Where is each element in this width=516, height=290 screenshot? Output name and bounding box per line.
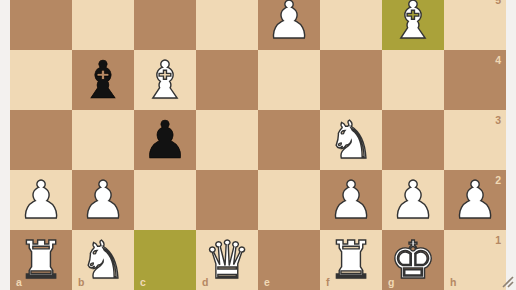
square-g4[interactable] bbox=[382, 50, 444, 110]
coord-rank-1: 1 bbox=[495, 234, 501, 246]
square-a3[interactable] bbox=[10, 110, 72, 170]
square-f4[interactable] bbox=[320, 50, 382, 110]
square-b3[interactable] bbox=[72, 110, 134, 170]
square-d4[interactable] bbox=[196, 50, 258, 110]
coord-rank-5: 5 bbox=[495, 0, 501, 6]
square-d3[interactable] bbox=[196, 110, 258, 170]
square-b2[interactable]: ♟ bbox=[72, 170, 134, 230]
square-b5[interactable] bbox=[72, 0, 134, 50]
square-e5[interactable]: ♟ bbox=[258, 0, 320, 50]
square-c4[interactable]: ♝ bbox=[134, 50, 196, 110]
square-h4[interactable]: 4 bbox=[444, 50, 506, 110]
square-g2[interactable]: ♟ bbox=[382, 170, 444, 230]
coord-file-e: e bbox=[264, 276, 270, 288]
square-e3[interactable] bbox=[258, 110, 320, 170]
square-b4[interactable]: ♝ bbox=[72, 50, 134, 110]
square-d1[interactable]: ♛d bbox=[196, 230, 258, 290]
coord-file-c: c bbox=[140, 276, 146, 288]
piece-white-pawn-b2[interactable]: ♟ bbox=[72, 170, 134, 230]
piece-white-pawn-e5[interactable]: ♟ bbox=[258, 0, 320, 50]
page-margin-right bbox=[505, 0, 516, 290]
square-d2[interactable] bbox=[196, 170, 258, 230]
coord-rank-3: 3 bbox=[495, 114, 501, 126]
square-f3[interactable]: ♞ bbox=[320, 110, 382, 170]
piece-white-pawn-h2[interactable]: ♟ bbox=[444, 170, 506, 230]
square-a5[interactable] bbox=[10, 0, 72, 50]
piece-black-pawn-c3[interactable]: ♟ bbox=[134, 110, 196, 170]
square-h1[interactable]: 1h bbox=[444, 230, 506, 290]
piece-white-bishop-g5[interactable]: ♝ bbox=[382, 0, 444, 50]
square-f1[interactable]: ♜f bbox=[320, 230, 382, 290]
piece-white-rook-f1[interactable]: ♜ bbox=[320, 230, 382, 290]
square-d5[interactable] bbox=[196, 0, 258, 50]
square-h5[interactable]: 5 bbox=[444, 0, 506, 50]
piece-white-king-g1[interactable]: ♚ bbox=[382, 230, 444, 290]
square-b1[interactable]: ♞b bbox=[72, 230, 134, 290]
square-c3[interactable]: ♟ bbox=[134, 110, 196, 170]
square-c2[interactable] bbox=[134, 170, 196, 230]
square-e4[interactable] bbox=[258, 50, 320, 110]
square-a4[interactable] bbox=[10, 50, 72, 110]
piece-white-pawn-f2[interactable]: ♟ bbox=[320, 170, 382, 230]
square-g3[interactable] bbox=[382, 110, 444, 170]
piece-white-queen-d1[interactable]: ♛ bbox=[196, 230, 258, 290]
square-a2[interactable]: ♟ bbox=[10, 170, 72, 230]
square-a1[interactable]: ♜a bbox=[10, 230, 72, 290]
square-c5[interactable] bbox=[134, 0, 196, 50]
chess-board[interactable]: ♟♝5♝♝4♟♞3♟♟♟♟♟2♜a♞bc♛de♜f♚g1h bbox=[10, 0, 506, 290]
piece-white-pawn-a2[interactable]: ♟ bbox=[10, 170, 72, 230]
square-h2[interactable]: ♟2 bbox=[444, 170, 506, 230]
square-g1[interactable]: ♚g bbox=[382, 230, 444, 290]
square-f2[interactable]: ♟ bbox=[320, 170, 382, 230]
piece-white-bishop-c4[interactable]: ♝ bbox=[134, 50, 196, 110]
square-g5[interactable]: ♝ bbox=[382, 0, 444, 50]
square-e1[interactable]: e bbox=[258, 230, 320, 290]
square-f5[interactable] bbox=[320, 0, 382, 50]
coord-rank-4: 4 bbox=[495, 54, 501, 66]
square-e2[interactable] bbox=[258, 170, 320, 230]
piece-white-pawn-g2[interactable]: ♟ bbox=[382, 170, 444, 230]
piece-white-knight-f3[interactable]: ♞ bbox=[320, 110, 382, 170]
piece-white-knight-b1[interactable]: ♞ bbox=[72, 230, 134, 290]
square-c1[interactable]: c bbox=[134, 230, 196, 290]
piece-white-rook-a1[interactable]: ♜ bbox=[10, 230, 72, 290]
board-resize-handle-icon[interactable] bbox=[500, 274, 515, 289]
coord-file-h: h bbox=[450, 276, 456, 288]
piece-black-bishop-b4[interactable]: ♝ bbox=[72, 50, 134, 110]
page: ♟♝5♝♝4♟♞3♟♟♟♟♟2♜a♞bc♛de♜f♚g1h bbox=[0, 0, 516, 290]
square-h3[interactable]: 3 bbox=[444, 110, 506, 170]
